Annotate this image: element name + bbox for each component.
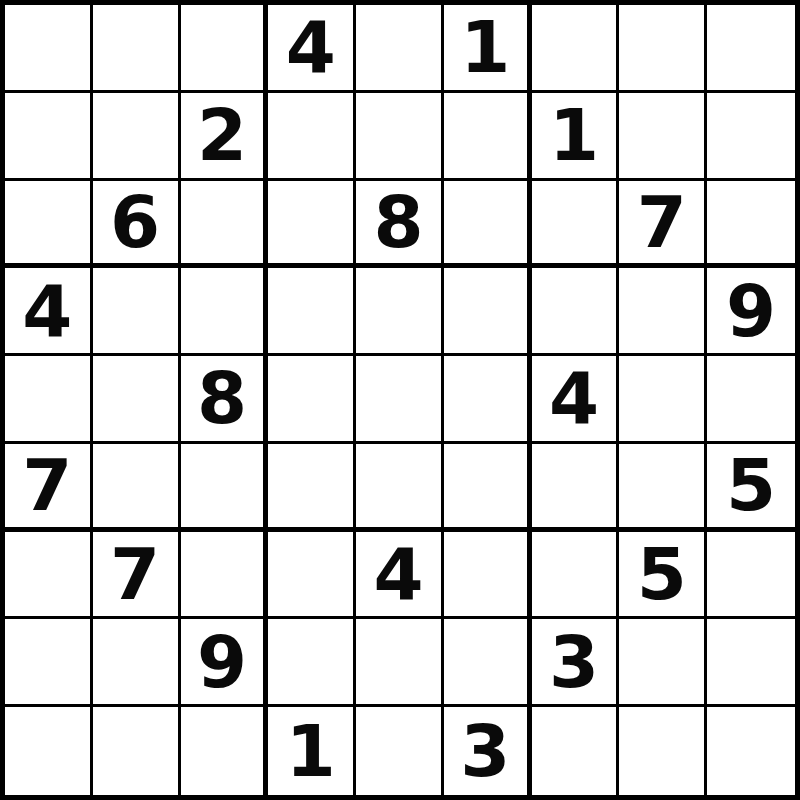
cell-r4c6[interactable] [444,268,532,356]
cell-r4c7[interactable] [532,268,620,356]
cell-r3c8[interactable]: 7 [619,181,707,269]
cell-r9c8[interactable] [619,707,707,795]
cell-r3c3[interactable] [181,181,269,269]
given-digit: 3 [549,626,599,698]
given-digit: 1 [460,11,510,83]
cell-r1c7[interactable] [532,5,620,93]
cell-r4c9[interactable]: 9 [707,268,795,356]
cell-r2c5[interactable] [356,93,444,181]
cell-r8c3[interactable]: 9 [181,619,269,707]
cell-r1c5[interactable] [356,5,444,93]
cell-r5c8[interactable] [619,356,707,444]
cell-r8c9[interactable] [707,619,795,707]
cell-r3c7[interactable] [532,181,620,269]
cell-r9c9[interactable] [707,707,795,795]
given-digit: 9 [726,275,776,347]
cell-r8c8[interactable] [619,619,707,707]
cell-r4c3[interactable] [181,268,269,356]
cell-r3c2[interactable]: 6 [93,181,181,269]
cell-r7c5[interactable]: 4 [356,532,444,620]
cell-r9c1[interactable] [5,707,93,795]
cell-r8c4[interactable] [268,619,356,707]
given-digit: 7 [110,538,160,610]
cell-r9c4[interactable]: 1 [268,707,356,795]
cell-r3c5[interactable]: 8 [356,181,444,269]
cell-r5c3[interactable]: 8 [181,356,269,444]
cell-r8c6[interactable] [444,619,532,707]
cell-r6c6[interactable] [444,444,532,532]
cell-r4c1[interactable]: 4 [5,268,93,356]
given-digit: 7 [637,186,687,258]
cell-r4c8[interactable] [619,268,707,356]
cell-r6c8[interactable] [619,444,707,532]
cell-r1c2[interactable] [93,5,181,93]
cell-r3c1[interactable] [5,181,93,269]
given-digit: 3 [460,715,510,787]
cell-r7c6[interactable] [444,532,532,620]
cell-r8c5[interactable] [356,619,444,707]
cell-r5c9[interactable] [707,356,795,444]
cell-r7c2[interactable]: 7 [93,532,181,620]
cell-r9c2[interactable] [93,707,181,795]
given-digit: 6 [110,186,160,258]
given-digit: 4 [22,275,72,347]
cell-r2c7[interactable]: 1 [532,93,620,181]
cell-r6c9[interactable]: 5 [707,444,795,532]
cell-r7c4[interactable] [268,532,356,620]
cell-r1c8[interactable] [619,5,707,93]
cell-r6c4[interactable] [268,444,356,532]
cell-r6c1[interactable]: 7 [5,444,93,532]
cell-r5c1[interactable] [5,356,93,444]
cell-r4c5[interactable] [356,268,444,356]
given-digit: 5 [726,449,776,521]
cell-r5c2[interactable] [93,356,181,444]
cell-r5c6[interactable] [444,356,532,444]
cell-r7c9[interactable] [707,532,795,620]
cell-r2c6[interactable] [444,93,532,181]
given-digit: 9 [197,626,247,698]
given-digit: 7 [22,449,72,521]
given-digit: 4 [373,538,423,610]
sudoku-board: 41216874984757459313 [0,0,800,800]
cell-r6c2[interactable] [93,444,181,532]
cell-r8c2[interactable] [93,619,181,707]
cell-r8c7[interactable]: 3 [532,619,620,707]
given-digit: 4 [549,362,599,434]
cell-r9c3[interactable] [181,707,269,795]
cell-r1c1[interactable] [5,5,93,93]
given-digit: 1 [549,99,599,171]
cell-r2c1[interactable] [5,93,93,181]
cell-r2c8[interactable] [619,93,707,181]
given-digit: 2 [197,99,247,171]
given-digit: 8 [373,186,423,258]
cell-r1c6[interactable]: 1 [444,5,532,93]
cell-r2c3[interactable]: 2 [181,93,269,181]
cell-r1c3[interactable] [181,5,269,93]
cell-r6c3[interactable] [181,444,269,532]
cell-r2c9[interactable] [707,93,795,181]
cell-r2c4[interactable] [268,93,356,181]
cell-r7c7[interactable] [532,532,620,620]
cell-r5c7[interactable]: 4 [532,356,620,444]
cell-r5c5[interactable] [356,356,444,444]
cell-r3c9[interactable] [707,181,795,269]
cell-r7c3[interactable] [181,532,269,620]
given-digit: 1 [286,715,336,787]
cell-r9c7[interactable] [532,707,620,795]
cell-r1c4[interactable]: 4 [268,5,356,93]
cell-r3c4[interactable] [268,181,356,269]
cell-r3c6[interactable] [444,181,532,269]
cell-r4c2[interactable] [93,268,181,356]
cell-r2c2[interactable] [93,93,181,181]
given-digit: 5 [637,538,687,610]
cell-r7c1[interactable] [5,532,93,620]
cell-r9c6[interactable]: 3 [444,707,532,795]
cell-r8c1[interactable] [5,619,93,707]
given-digit: 4 [286,11,336,83]
cell-r6c5[interactable] [356,444,444,532]
given-digit: 8 [197,362,247,434]
cell-r6c7[interactable] [532,444,620,532]
cell-r4c4[interactable] [268,268,356,356]
cell-r9c5[interactable] [356,707,444,795]
cell-r5c4[interactable] [268,356,356,444]
cell-r7c8[interactable]: 5 [619,532,707,620]
cell-r1c9[interactable] [707,5,795,93]
